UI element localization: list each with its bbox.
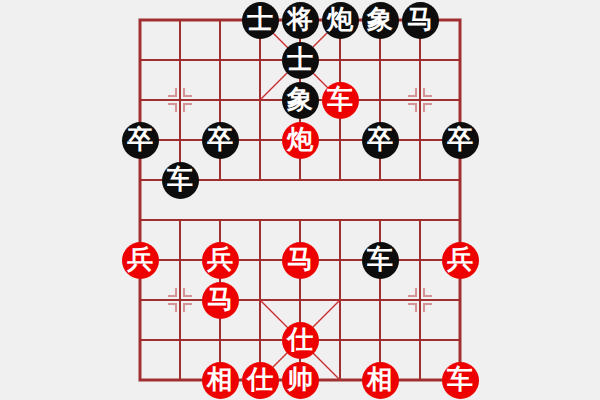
red-advisor[interactable]: 仕 [242, 362, 279, 399]
black-soldier[interactable]: 卒 [202, 122, 239, 159]
black-elephant[interactable]: 象 [282, 82, 319, 119]
black-chariot[interactable]: 车 [362, 242, 399, 279]
red-horse[interactable]: 马 [202, 282, 239, 319]
red-soldier[interactable]: 兵 [122, 242, 159, 279]
xiangqi-board: 士将炮象马士象车卒卒炮卒卒车兵兵马车兵马仕相仕帅相车 [120, 0, 480, 400]
black-chariot[interactable]: 车 [162, 162, 199, 199]
red-elephant[interactable]: 相 [202, 362, 239, 399]
black-soldier[interactable]: 卒 [442, 122, 479, 159]
red-horse[interactable]: 马 [282, 242, 319, 279]
red-general[interactable]: 帅 [282, 362, 319, 399]
black-cannon[interactable]: 炮 [322, 2, 359, 39]
red-soldier[interactable]: 兵 [442, 242, 479, 279]
black-soldier[interactable]: 卒 [362, 122, 399, 159]
black-horse[interactable]: 马 [402, 2, 439, 39]
red-chariot[interactable]: 车 [322, 82, 359, 119]
red-soldier[interactable]: 兵 [202, 242, 239, 279]
black-advisor[interactable]: 士 [242, 2, 279, 39]
xiangqi-app: 士将炮象马士象车卒卒炮卒卒车兵兵马车兵马仕相仕帅相车 [0, 0, 600, 400]
black-advisor[interactable]: 士 [282, 42, 319, 79]
black-general[interactable]: 将 [282, 2, 319, 39]
black-soldier[interactable]: 卒 [122, 122, 159, 159]
red-advisor[interactable]: 仕 [282, 322, 319, 359]
red-elephant[interactable]: 相 [362, 362, 399, 399]
black-elephant[interactable]: 象 [362, 2, 399, 39]
red-chariot[interactable]: 车 [442, 362, 479, 399]
red-cannon[interactable]: 炮 [282, 122, 319, 159]
